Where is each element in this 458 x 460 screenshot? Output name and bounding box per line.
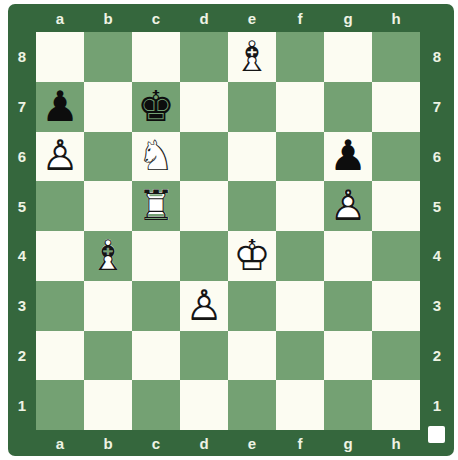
file-label-h: h xyxy=(372,4,420,32)
square-f8[interactable] xyxy=(276,32,324,82)
white-to-move-indicator xyxy=(428,426,445,443)
square-c3[interactable] xyxy=(132,281,180,331)
square-a6[interactable]: ♟♙ xyxy=(36,132,84,182)
square-e7[interactable] xyxy=(228,82,276,132)
bishop-outline-glyph: ♗ xyxy=(84,231,132,281)
file-label-e: e xyxy=(228,430,276,456)
white-bishop[interactable]: ♝♗ xyxy=(228,32,276,82)
rank-label-1: 1 xyxy=(8,380,36,430)
square-d1[interactable] xyxy=(180,380,228,430)
square-b6[interactable] xyxy=(84,132,132,182)
file-label-a: a xyxy=(36,430,84,456)
black-king[interactable]: ♚ xyxy=(132,82,180,132)
square-b2[interactable] xyxy=(84,331,132,381)
square-c6[interactable]: ♞♘ xyxy=(132,132,180,182)
square-e6[interactable] xyxy=(228,132,276,182)
square-a7[interactable]: ♟ xyxy=(36,82,84,132)
pawn-outline-glyph: ♙ xyxy=(36,132,84,182)
rank-labels-left: 87654321 xyxy=(8,32,36,430)
square-a3[interactable] xyxy=(36,281,84,331)
file-label-h: h xyxy=(372,430,420,456)
rank-label-4: 4 xyxy=(420,231,454,281)
rank-label-5: 5 xyxy=(420,181,454,231)
square-g1[interactable] xyxy=(324,380,372,430)
rank-label-7: 7 xyxy=(8,82,36,132)
square-e5[interactable] xyxy=(228,181,276,231)
rank-label-6: 6 xyxy=(420,132,454,182)
square-e4[interactable]: ♚♔ xyxy=(228,231,276,281)
chess-board-frame: abcdefgh 87654321 ♝♗♟♚♟♙♞♘♟♜♖♟♙♝♗♚♔♟♙ 87… xyxy=(8,4,454,456)
white-pawn[interactable]: ♟♙ xyxy=(180,281,228,331)
rank-label-4: 4 xyxy=(8,231,36,281)
square-d5[interactable] xyxy=(180,181,228,231)
square-f4[interactable] xyxy=(276,231,324,281)
square-b4[interactable]: ♝♗ xyxy=(84,231,132,281)
rank-label-3: 3 xyxy=(420,281,454,331)
file-label-e: e xyxy=(228,4,276,32)
pawn-fill-glyph: ♟ xyxy=(36,82,84,132)
file-label-b: b xyxy=(84,4,132,32)
square-d6[interactable] xyxy=(180,132,228,182)
square-c2[interactable] xyxy=(132,331,180,381)
white-rook[interactable]: ♜♖ xyxy=(132,181,180,231)
square-g3[interactable] xyxy=(324,281,372,331)
square-f7[interactable] xyxy=(276,82,324,132)
square-h8[interactable] xyxy=(372,32,420,82)
square-h7[interactable] xyxy=(372,82,420,132)
square-b1[interactable] xyxy=(84,380,132,430)
file-label-f: f xyxy=(276,430,324,456)
square-h4[interactable] xyxy=(372,231,420,281)
square-g2[interactable] xyxy=(324,331,372,381)
square-d8[interactable] xyxy=(180,32,228,82)
square-e1[interactable] xyxy=(228,380,276,430)
rook-outline-glyph: ♖ xyxy=(132,181,180,231)
square-h3[interactable] xyxy=(372,281,420,331)
square-a2[interactable] xyxy=(36,331,84,381)
square-c7[interactable]: ♚ xyxy=(132,82,180,132)
file-label-g: g xyxy=(324,430,372,456)
file-labels-top: abcdefgh xyxy=(36,4,420,32)
black-pawn[interactable]: ♟ xyxy=(324,132,372,182)
rank-label-8: 8 xyxy=(420,32,454,82)
square-e2[interactable] xyxy=(228,331,276,381)
rank-label-2: 2 xyxy=(420,331,454,381)
square-d7[interactable] xyxy=(180,82,228,132)
rank-label-1: 1 xyxy=(420,380,454,430)
file-label-d: d xyxy=(180,430,228,456)
square-d3[interactable]: ♟♙ xyxy=(180,281,228,331)
square-c8[interactable] xyxy=(132,32,180,82)
file-label-c: c xyxy=(132,4,180,32)
square-f2[interactable] xyxy=(276,331,324,381)
rank-label-5: 5 xyxy=(8,181,36,231)
square-f5[interactable] xyxy=(276,181,324,231)
file-label-f: f xyxy=(276,4,324,32)
square-f1[interactable] xyxy=(276,380,324,430)
pawn-fill-glyph: ♟ xyxy=(324,132,372,182)
rank-label-2: 2 xyxy=(8,331,36,381)
square-a4[interactable] xyxy=(36,231,84,281)
rank-labels-right: 87654321 xyxy=(420,32,454,430)
file-label-b: b xyxy=(84,430,132,456)
square-b8[interactable] xyxy=(84,32,132,82)
file-label-g: g xyxy=(324,4,372,32)
square-e3[interactable] xyxy=(228,281,276,331)
white-pawn[interactable]: ♟♙ xyxy=(36,132,84,182)
white-pawn[interactable]: ♟♙ xyxy=(324,181,372,231)
square-b5[interactable] xyxy=(84,181,132,231)
rank-label-3: 3 xyxy=(8,281,36,331)
white-knight[interactable]: ♞♘ xyxy=(132,132,180,182)
square-g6[interactable]: ♟ xyxy=(324,132,372,182)
square-c4[interactable] xyxy=(132,231,180,281)
square-d4[interactable] xyxy=(180,231,228,281)
square-g4[interactable] xyxy=(324,231,372,281)
square-f3[interactable] xyxy=(276,281,324,331)
square-c1[interactable] xyxy=(132,380,180,430)
square-h2[interactable] xyxy=(372,331,420,381)
file-label-a: a xyxy=(36,4,84,32)
black-pawn[interactable]: ♟ xyxy=(36,82,84,132)
square-b7[interactable] xyxy=(84,82,132,132)
square-g7[interactable] xyxy=(324,82,372,132)
square-d2[interactable] xyxy=(180,331,228,381)
square-a8[interactable] xyxy=(36,32,84,82)
square-a1[interactable] xyxy=(36,380,84,430)
chess-board: ♝♗♟♚♟♙♞♘♟♜♖♟♙♝♗♚♔♟♙ xyxy=(36,32,420,430)
square-b3[interactable] xyxy=(84,281,132,331)
square-g5[interactable]: ♟♙ xyxy=(324,181,372,231)
file-labels-bottom: abcdefgh xyxy=(36,430,420,456)
rank-label-8: 8 xyxy=(8,32,36,82)
square-e8[interactable]: ♝♗ xyxy=(228,32,276,82)
pawn-outline-glyph: ♙ xyxy=(180,281,228,331)
rank-label-6: 6 xyxy=(8,132,36,182)
bishop-outline-glyph: ♗ xyxy=(228,32,276,82)
square-f6[interactable] xyxy=(276,132,324,182)
pawn-outline-glyph: ♙ xyxy=(324,181,372,231)
square-c5[interactable]: ♜♖ xyxy=(132,181,180,231)
file-label-d: d xyxy=(180,4,228,32)
square-h1[interactable] xyxy=(372,380,420,430)
knight-outline-glyph: ♘ xyxy=(132,132,180,182)
white-king[interactable]: ♚♔ xyxy=(228,231,276,281)
white-bishop[interactable]: ♝♗ xyxy=(84,231,132,281)
square-g8[interactable] xyxy=(324,32,372,82)
file-label-c: c xyxy=(132,430,180,456)
square-h5[interactable] xyxy=(372,181,420,231)
square-h6[interactable] xyxy=(372,132,420,182)
square-a5[interactable] xyxy=(36,181,84,231)
king-fill-glyph: ♚ xyxy=(132,82,180,132)
king-outline-glyph: ♔ xyxy=(228,231,276,281)
chess-diagram-page: abcdefgh 87654321 ♝♗♟♚♟♙♞♘♟♜♖♟♙♝♗♚♔♟♙ 87… xyxy=(0,0,458,460)
rank-label-7: 7 xyxy=(420,82,454,132)
